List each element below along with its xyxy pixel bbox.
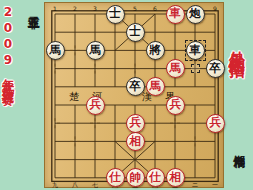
svg-text:1: 1 <box>53 5 57 12</box>
svg-text:9: 9 <box>213 5 217 12</box>
piece-red[interactable]: 兵 <box>166 96 185 115</box>
svg-text:七: 七 <box>92 181 98 188</box>
piece-black[interactable]: 卒 <box>206 59 225 78</box>
piece-black[interactable]: 馬 <box>46 41 65 60</box>
xiangqi-board[interactable]: 1 2 3 4 5 6 7 8 9 九 八 七 六 五 四 三 二 一 楚 河 <box>44 2 224 188</box>
piece-red[interactable]: 馬 <box>146 77 165 96</box>
piece-black[interactable]: 士 <box>126 23 145 42</box>
event-title: 2009年北京任丘对抗赛 <box>2 5 14 85</box>
player-bottom-name: 郑惟桐 <box>233 146 245 149</box>
piece-black[interactable]: 卒 <box>126 77 145 96</box>
last-move-from-marker <box>191 64 200 73</box>
piece-red[interactable]: 馬 <box>166 59 185 78</box>
piece-black[interactable]: 士 <box>106 5 125 24</box>
svg-text:二: 二 <box>192 181 198 188</box>
piece-black[interactable]: 馬 <box>86 41 105 60</box>
piece-red[interactable]: 兵 <box>206 114 225 133</box>
piece-red[interactable]: 兵 <box>86 96 105 115</box>
caption-right: 外星人的怪招 <box>229 38 245 50</box>
svg-text:2: 2 <box>73 5 77 12</box>
river-labels: 楚 河 漢 界 <box>69 91 180 102</box>
piece-black[interactable]: 將 <box>146 41 165 60</box>
piece-red[interactable]: 仕 <box>146 168 165 187</box>
piece-red[interactable]: 仕 <box>106 168 125 187</box>
svg-text:九: 九 <box>52 181 58 188</box>
svg-text:6: 6 <box>153 5 157 12</box>
piece-red[interactable]: 兵 <box>126 114 145 133</box>
svg-text:5: 5 <box>133 5 137 12</box>
piece-red[interactable]: 帥 <box>126 168 145 187</box>
svg-text:一: 一 <box>212 181 218 188</box>
piece-red[interactable]: 車 <box>166 5 185 24</box>
piece-red[interactable]: 相 <box>166 168 185 187</box>
player-top-name: 孟亚非 <box>27 7 39 10</box>
piece-red[interactable]: 相 <box>126 132 145 151</box>
svg-text:八: 八 <box>72 181 78 188</box>
piece-black[interactable]: 炮 <box>186 5 205 24</box>
piece-black[interactable]: 車 <box>186 41 205 60</box>
video-frame: 2009年北京任丘对抗赛 孟亚非 1 2 3 4 5 <box>0 0 253 190</box>
svg-text:3: 3 <box>93 5 97 12</box>
